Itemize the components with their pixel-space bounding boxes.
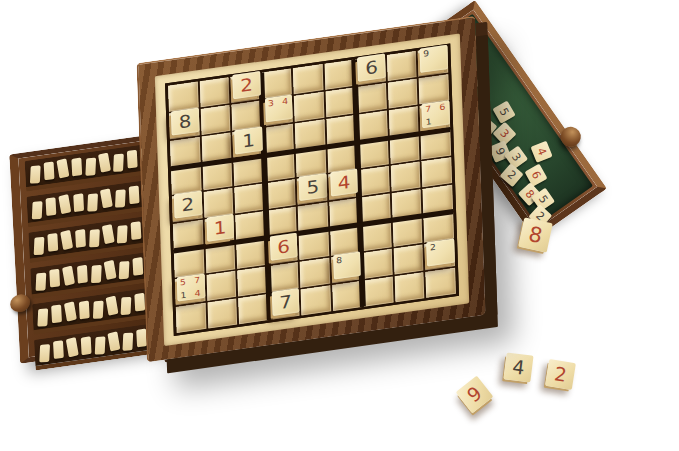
number-tile-1-r3c3[interactable]: 1 [234, 126, 262, 155]
cell-r8c7 [362, 249, 392, 279]
stacked-tile-edge[interactable] [75, 229, 86, 248]
cell-r9c3 [238, 294, 268, 324]
pencil-mark-4: 4 [195, 289, 201, 298]
cell-r5c9 [422, 157, 452, 187]
stacked-tile-edge[interactable] [104, 259, 117, 279]
cell-r1c3: 2 [231, 73, 261, 103]
cell-r7c4: 6 [268, 234, 298, 264]
stacked-tile-edge[interactable] [119, 261, 130, 279]
number-tile-5-r5c5[interactable]: 5 [299, 173, 327, 202]
sudoku-board: 2698341761254165714827 [136, 16, 485, 363]
stacked-tile-edge[interactable] [53, 340, 64, 359]
stacked-tile-edge[interactable] [117, 225, 128, 243]
board-mat: 2698341761254165714827 [155, 33, 469, 345]
stacked-tile-edge[interactable] [34, 237, 45, 255]
cell-r1c2 [199, 77, 229, 107]
stacked-tile-edge[interactable] [85, 158, 96, 176]
cell-r8c9: 2 [425, 240, 455, 270]
stacked-tile-edge[interactable] [105, 295, 118, 315]
pencil-mark-4: 4 [282, 96, 288, 105]
product-photo-scene: 5248485393268452 2698341761254165714827 … [0, 0, 679, 451]
cell-r9c5 [301, 285, 331, 315]
stacked-tile-edge[interactable] [134, 293, 145, 312]
cell-r2c1: 8 [169, 109, 199, 139]
number-tile-1-r6c2[interactable]: 1 [206, 213, 234, 242]
pencil-tile-r8c1[interactable]: 5714 [177, 273, 205, 302]
cell-r1c7: 6 [356, 55, 386, 85]
pencil-tile-r8c9[interactable]: 2 [427, 238, 455, 267]
cell-r8c6: 8 [331, 253, 361, 283]
stacked-tile-edge[interactable] [71, 158, 82, 177]
cell-r2c7 [357, 83, 387, 113]
stacked-tile-edge[interactable] [100, 188, 113, 208]
number-tile-6-r7c4[interactable]: 6 [270, 232, 298, 261]
number-tile-4-r5c6[interactable]: 4 [330, 168, 358, 197]
stacked-tile-edge[interactable] [44, 161, 55, 180]
cell-r2c8 [388, 79, 418, 109]
drawer-tile-5[interactable]: 5 [492, 100, 515, 123]
cell-r2c5 [294, 92, 324, 122]
stacked-tile-edge[interactable] [56, 158, 69, 178]
stacked-tile-edge[interactable] [98, 152, 111, 172]
stacked-tile-edge[interactable] [46, 197, 57, 216]
cell-r5c3 [234, 183, 264, 213]
stacked-tile-edge[interactable] [51, 304, 62, 323]
rim-tile-8[interactable]: 8 [518, 217, 553, 252]
loose-tile-4[interactable]: 4 [503, 352, 533, 382]
cell-r5c6: 4 [328, 170, 358, 200]
pencil-mark-7: 7 [194, 275, 200, 284]
cell-r1c6 [324, 60, 354, 90]
number-tile-2-r1c3[interactable]: 2 [233, 71, 261, 100]
drawer-tile-4[interactable]: 4 [531, 141, 553, 163]
stacked-tile-edge[interactable] [127, 150, 138, 169]
drawer-tile-2[interactable]: 2 [500, 163, 524, 187]
stacked-tile-edge[interactable] [122, 333, 133, 351]
pencil-mark-2: 2 [430, 242, 436, 251]
loose-tile-2[interactable]: 2 [545, 359, 576, 390]
stacked-tile-edge[interactable] [132, 257, 143, 276]
stacked-tile-edge[interactable] [62, 265, 75, 285]
cell-r8c3 [237, 266, 267, 296]
stacked-tile-edge[interactable] [87, 193, 98, 211]
number-tile-8-r2c1[interactable]: 8 [171, 107, 199, 136]
cell-r8c5 [300, 258, 330, 288]
stacked-tile-edge[interactable] [47, 233, 58, 252]
pencil-mark-1: 1 [180, 291, 186, 300]
number-tile-2-r5c1[interactable]: 2 [174, 190, 202, 219]
stacked-tile-edge[interactable] [93, 301, 104, 319]
pencil-tile-r2c4[interactable]: 34 [265, 94, 293, 123]
cell-r1c5 [293, 64, 323, 94]
stacked-tile-edge[interactable] [58, 194, 71, 214]
stacked-tile-edge[interactable] [32, 201, 43, 219]
stacked-tile-edge[interactable] [79, 301, 90, 320]
stacked-tile-edge[interactable] [64, 301, 77, 321]
stacked-tile-edge[interactable] [36, 273, 47, 291]
stacked-tile-edge[interactable] [77, 265, 88, 284]
pencil-mark-7: 7 [425, 104, 431, 113]
sudoku-grid: 2698341761254165714827 [165, 44, 459, 336]
cell-r5c8 [391, 162, 421, 192]
pencil-tile-r8c6[interactable]: 8 [333, 251, 361, 280]
pencil-mark-1: 1 [425, 117, 431, 126]
stacked-tile-edge[interactable] [131, 221, 142, 240]
cell-r9c2 [207, 298, 237, 328]
cell-r2c4: 34 [263, 96, 293, 126]
pencil-tile-r3c9[interactable]: 761 [422, 100, 450, 129]
number-tile-7-r9c4[interactable]: 7 [271, 288, 299, 317]
walnut-box: 2698341761254165714827 [136, 16, 485, 363]
stacked-tile-edge[interactable] [121, 297, 132, 315]
cell-r1c8 [387, 51, 417, 81]
pencil-tile-r1c9[interactable]: 9 [420, 44, 448, 73]
cell-r5c5: 5 [297, 175, 327, 205]
cell-r9c4: 7 [270, 290, 300, 320]
cell-r8c1: 5714 [175, 275, 205, 305]
stacked-tile-edge[interactable] [91, 265, 102, 283]
cell-r8c8 [394, 244, 424, 274]
stacked-tile-edge[interactable] [60, 229, 73, 249]
pencil-mark-5: 5 [180, 277, 186, 286]
loose-tile-9[interactable]: 9 [456, 376, 494, 414]
pencil-mark-3: 3 [268, 98, 274, 107]
cell-r5c1: 2 [172, 192, 202, 222]
stacked-tile-edge[interactable] [73, 193, 84, 212]
cell-r5c4 [266, 179, 296, 209]
cell-r2c2 [200, 105, 230, 135]
stacked-tile-edge[interactable] [115, 189, 126, 207]
cell-r2c6 [325, 87, 355, 117]
stacked-tile-edge[interactable] [107, 331, 120, 351]
stacked-tile-edge[interactable] [37, 308, 48, 326]
stacked-tile-edge[interactable] [39, 344, 50, 362]
pencil-mark-8: 8 [336, 255, 342, 264]
pencil-mark-6: 6 [439, 102, 445, 111]
stacked-tile-edge[interactable] [102, 224, 115, 244]
stacked-tile-edge[interactable] [49, 269, 60, 288]
pencil-mark-9: 9 [423, 49, 429, 58]
cell-r1c9: 9 [418, 47, 448, 77]
stacked-tile-edge[interactable] [81, 336, 92, 355]
cell-r5c7 [359, 166, 389, 196]
stacked-tile-edge[interactable] [30, 165, 41, 183]
stacked-tile-edge[interactable] [89, 229, 100, 247]
cell-r9c7 [363, 277, 393, 307]
cell-r8c2 [206, 271, 236, 301]
number-tile-6-r1c7[interactable]: 6 [358, 53, 386, 82]
cell-r9c1 [176, 303, 206, 333]
left-drawer-knob[interactable] [10, 293, 31, 313]
stacked-tile-edge[interactable] [66, 337, 79, 357]
stacked-tile-edge[interactable] [129, 186, 140, 205]
cell-r9c8 [395, 272, 425, 302]
cell-r9c9 [426, 268, 456, 298]
stacked-tile-edge[interactable] [95, 336, 106, 354]
stacked-tile-edge[interactable] [113, 154, 124, 172]
cell-r9c6 [332, 281, 362, 311]
